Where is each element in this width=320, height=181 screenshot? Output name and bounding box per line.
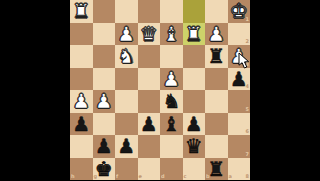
rank-label-5: 5 xyxy=(246,107,249,112)
square-h3[interactable] xyxy=(70,45,93,68)
square-b2[interactable]: ♟ xyxy=(205,23,228,46)
square-b6[interactable] xyxy=(205,113,228,136)
square-f5[interactable] xyxy=(115,90,138,113)
white-pawn-g5[interactable]: ♟ xyxy=(95,90,113,113)
square-h1[interactable]: ♜ xyxy=(70,0,93,23)
square-d3[interactable] xyxy=(160,45,183,68)
square-a4[interactable]: ♟4 xyxy=(228,68,251,91)
square-a2[interactable]: 2 xyxy=(228,23,251,46)
square-c2[interactable]: ♜ xyxy=(183,23,206,46)
square-b8[interactable]: ♜b xyxy=(205,158,228,181)
file-label-e: e xyxy=(139,174,142,179)
square-f6[interactable] xyxy=(115,113,138,136)
square-a1[interactable]: ♚1 xyxy=(228,0,251,23)
black-pawn-c6[interactable]: ♟ xyxy=(185,112,203,135)
square-c4[interactable] xyxy=(183,68,206,91)
white-knight-f3[interactable]: ♞ xyxy=(117,45,135,68)
black-king-g8[interactable]: ♚ xyxy=(95,157,113,180)
rank-label-4: 4 xyxy=(246,84,249,89)
square-c5[interactable] xyxy=(183,90,206,113)
white-bishop-d2[interactable]: ♝ xyxy=(162,22,180,45)
black-bishop-d6[interactable]: ♝ xyxy=(162,112,180,135)
square-b3[interactable]: ♜ xyxy=(205,45,228,68)
white-queen-e2[interactable]: ♛ xyxy=(140,22,158,45)
square-h5[interactable]: ♟ xyxy=(70,90,93,113)
square-e7[interactable] xyxy=(138,135,161,158)
square-g2[interactable] xyxy=(93,23,116,46)
rank-label-7: 7 xyxy=(246,152,249,157)
square-g1[interactable] xyxy=(93,0,116,23)
square-f2[interactable]: ♟ xyxy=(115,23,138,46)
square-a7[interactable]: 7 xyxy=(228,135,251,158)
square-g4[interactable] xyxy=(93,68,116,91)
square-d7[interactable] xyxy=(160,135,183,158)
black-queen-c7[interactable]: ♛ xyxy=(185,135,203,158)
rank-label-1: 1 xyxy=(246,17,249,22)
square-d5[interactable]: ♞ xyxy=(160,90,183,113)
white-rook-c2[interactable]: ♜ xyxy=(185,22,203,45)
square-c3[interactable] xyxy=(183,45,206,68)
letterbox-right xyxy=(250,0,320,180)
square-f3[interactable]: ♞ xyxy=(115,45,138,68)
square-a3[interactable]: ♟3 xyxy=(228,45,251,68)
file-label-b: b xyxy=(206,174,210,179)
white-pawn-f2[interactable]: ♟ xyxy=(117,22,135,45)
square-a6[interactable]: 6 xyxy=(228,113,251,136)
black-pawn-f7[interactable]: ♟ xyxy=(117,135,135,158)
square-a8[interactable]: a8 xyxy=(228,158,251,181)
square-d6[interactable]: ♝ xyxy=(160,113,183,136)
white-rook-h1[interactable]: ♜ xyxy=(72,0,90,22)
rank-label-6: 6 xyxy=(246,129,249,134)
square-g6[interactable] xyxy=(93,113,116,136)
file-label-c: c xyxy=(184,174,187,179)
file-label-a: a xyxy=(229,174,232,179)
square-f8[interactable]: f xyxy=(115,158,138,181)
square-b1[interactable] xyxy=(205,0,228,23)
square-e1[interactable] xyxy=(138,0,161,23)
letterbox-left xyxy=(0,0,70,180)
square-c6[interactable]: ♟ xyxy=(183,113,206,136)
square-h4[interactable] xyxy=(70,68,93,91)
square-e8[interactable]: e xyxy=(138,158,161,181)
square-h6[interactable]: ♟ xyxy=(70,113,93,136)
square-h7[interactable] xyxy=(70,135,93,158)
video-frame: ♜♚1♟♛♝♜♟2♞♜♟3♟♟4♟♟♞5♟♟♝♟6♟♟♛7h♚gfedc♜ba8 xyxy=(0,0,320,180)
black-pawn-h6[interactable]: ♟ xyxy=(72,112,90,135)
white-pawn-b2[interactable]: ♟ xyxy=(207,22,225,45)
square-g8[interactable]: ♚g xyxy=(93,158,116,181)
square-d4[interactable]: ♟ xyxy=(160,68,183,91)
square-a5[interactable]: 5 xyxy=(228,90,251,113)
black-pawn-e6[interactable]: ♟ xyxy=(140,112,158,135)
file-label-d: d xyxy=(161,174,165,179)
square-e5[interactable] xyxy=(138,90,161,113)
square-c7[interactable]: ♛ xyxy=(183,135,206,158)
square-e4[interactable] xyxy=(138,68,161,91)
black-pawn-g7[interactable]: ♟ xyxy=(95,135,113,158)
square-e2[interactable]: ♛ xyxy=(138,23,161,46)
square-g7[interactable]: ♟ xyxy=(93,135,116,158)
square-c1[interactable] xyxy=(183,0,206,23)
square-g5[interactable]: ♟ xyxy=(93,90,116,113)
square-b5[interactable] xyxy=(205,90,228,113)
square-c8[interactable]: c xyxy=(183,158,206,181)
square-d2[interactable]: ♝ xyxy=(160,23,183,46)
chess-board: ♜♚1♟♛♝♜♟2♞♜♟3♟♟4♟♟♞5♟♟♝♟6♟♟♛7h♚gfedc♜ba8 xyxy=(70,0,250,180)
white-pawn-d4[interactable]: ♟ xyxy=(162,67,180,90)
square-f7[interactable]: ♟ xyxy=(115,135,138,158)
square-e6[interactable]: ♟ xyxy=(138,113,161,136)
square-h8[interactable]: h xyxy=(70,158,93,181)
white-pawn-h5[interactable]: ♟ xyxy=(72,90,90,113)
square-b7[interactable] xyxy=(205,135,228,158)
square-b4[interactable] xyxy=(205,68,228,91)
file-label-f: f xyxy=(116,174,118,179)
square-d8[interactable]: d xyxy=(160,158,183,181)
black-rook-b3[interactable]: ♜ xyxy=(207,45,225,68)
file-label-h: h xyxy=(71,174,75,179)
rank-label-8: 8 xyxy=(246,174,249,179)
black-knight-d5[interactable]: ♞ xyxy=(162,90,180,113)
square-d1[interactable] xyxy=(160,0,183,23)
square-f1[interactable] xyxy=(115,0,138,23)
square-e3[interactable] xyxy=(138,45,161,68)
file-label-g: g xyxy=(94,174,98,179)
square-f4[interactable] xyxy=(115,68,138,91)
square-h2[interactable] xyxy=(70,23,93,46)
square-g3[interactable] xyxy=(93,45,116,68)
